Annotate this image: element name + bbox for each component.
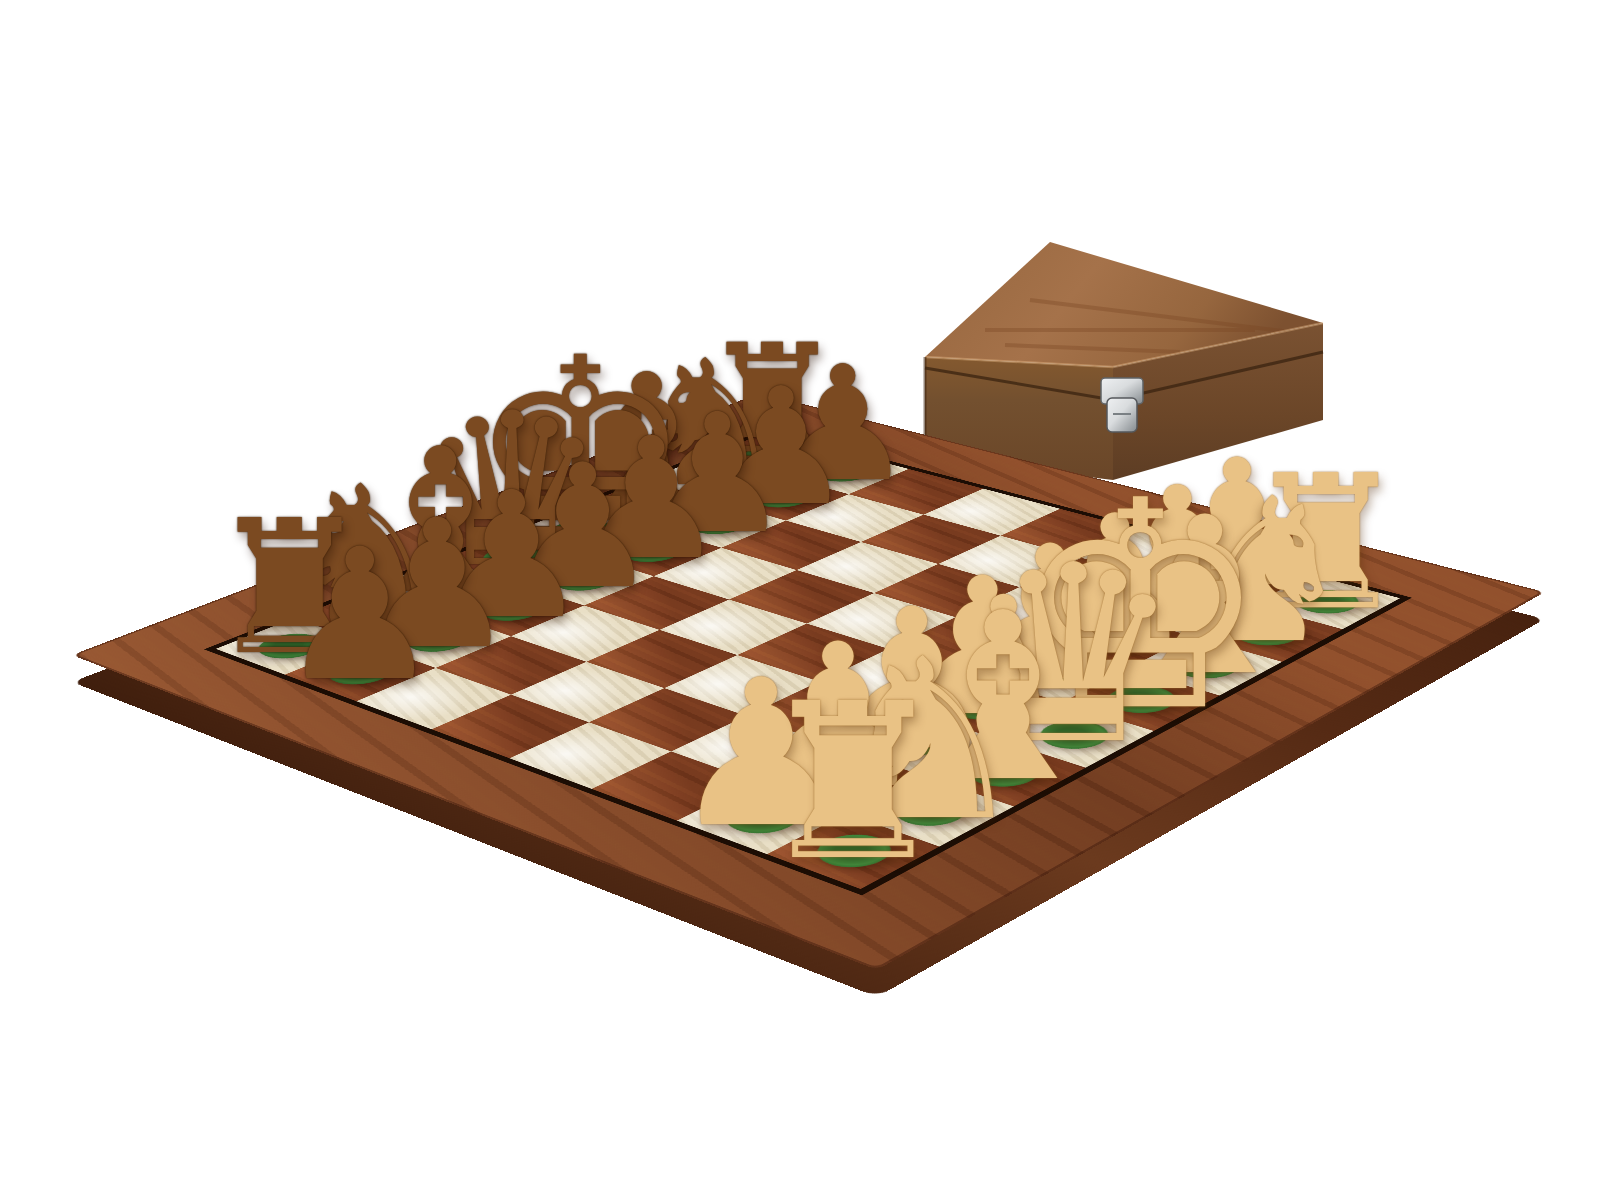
piece-white-rook-a1: ♜ xyxy=(756,675,949,890)
chess-set-photo: ♜♞♝♛♚♝♞♜♟♟♟♟♟♟♟♟♟♟♟♟♟♟♟♟♜♞♝♛♚♝♞♜ xyxy=(0,0,1600,1201)
pieces-layer: ♜♞♝♛♚♝♞♜♟♟♟♟♟♟♟♟♟♟♟♟♟♟♟♟♜♞♝♛♚♝♞♜ xyxy=(0,0,1600,1201)
piece-black-pawn-a7: ♟ xyxy=(279,525,442,706)
